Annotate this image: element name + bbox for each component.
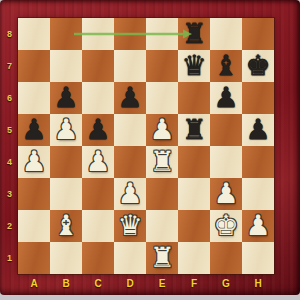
white-rook[interactable]: ♜ xyxy=(149,242,174,274)
square-a3[interactable] xyxy=(18,178,50,210)
square-f6[interactable] xyxy=(178,82,210,114)
square-g7[interactable]: ♝ xyxy=(210,50,242,82)
square-f1[interactable] xyxy=(178,242,210,274)
rank-label-1: 1 xyxy=(3,242,16,274)
white-pawn[interactable]: ♟ xyxy=(21,146,46,178)
square-e7[interactable] xyxy=(146,50,178,82)
white-pawn[interactable]: ♟ xyxy=(149,114,174,146)
square-d5[interactable] xyxy=(114,114,146,146)
square-a2[interactable] xyxy=(18,210,50,242)
white-pawn[interactable]: ♟ xyxy=(53,114,78,146)
black-pawn[interactable]: ♟ xyxy=(117,82,142,114)
black-rook[interactable]: ♜ xyxy=(181,114,206,146)
square-c2[interactable] xyxy=(82,210,114,242)
square-e3[interactable] xyxy=(146,178,178,210)
square-c5[interactable]: ♟ xyxy=(82,114,114,146)
square-b1[interactable] xyxy=(50,242,82,274)
white-pawn[interactable]: ♟ xyxy=(245,210,270,242)
square-a7[interactable] xyxy=(18,50,50,82)
rank-label-2: 2 xyxy=(3,210,16,242)
square-g8[interactable] xyxy=(210,18,242,50)
file-label-e: E xyxy=(146,275,178,292)
square-c4[interactable]: ♟ xyxy=(82,146,114,178)
square-c7[interactable] xyxy=(82,50,114,82)
chess-board-widget: ♜♛♝♚♟♟♟♟♟♟♟♜♟♟♟♜♟♟♝♛♚♟♜ 87654321 ABCDEFG… xyxy=(0,0,300,295)
square-c6[interactable] xyxy=(82,82,114,114)
square-f8[interactable]: ♜ xyxy=(178,18,210,50)
square-b6[interactable]: ♟ xyxy=(50,82,82,114)
square-b5[interactable]: ♟ xyxy=(50,114,82,146)
black-pawn[interactable]: ♟ xyxy=(53,82,78,114)
square-c1[interactable] xyxy=(82,242,114,274)
square-d8[interactable] xyxy=(114,18,146,50)
square-h2[interactable]: ♟ xyxy=(242,210,274,242)
file-label-d: D xyxy=(114,275,146,292)
square-d2[interactable]: ♛ xyxy=(114,210,146,242)
square-b4[interactable] xyxy=(50,146,82,178)
black-pawn[interactable]: ♟ xyxy=(245,114,270,146)
rank-label-3: 3 xyxy=(3,178,16,210)
square-d4[interactable] xyxy=(114,146,146,178)
square-c8[interactable] xyxy=(82,18,114,50)
white-king[interactable]: ♚ xyxy=(213,210,238,242)
rank-label-6: 6 xyxy=(3,82,16,114)
square-b8[interactable] xyxy=(50,18,82,50)
square-d1[interactable] xyxy=(114,242,146,274)
square-e8[interactable] xyxy=(146,18,178,50)
square-a6[interactable] xyxy=(18,82,50,114)
square-a1[interactable] xyxy=(18,242,50,274)
black-pawn[interactable]: ♟ xyxy=(21,114,46,146)
file-label-h: H xyxy=(242,275,274,292)
square-h7[interactable]: ♚ xyxy=(242,50,274,82)
square-e1[interactable]: ♜ xyxy=(146,242,178,274)
square-e4[interactable]: ♜ xyxy=(146,146,178,178)
black-king[interactable]: ♚ xyxy=(245,50,270,82)
square-c3[interactable] xyxy=(82,178,114,210)
file-label-c: C xyxy=(82,275,114,292)
rank-label-5: 5 xyxy=(3,114,16,146)
square-a4[interactable]: ♟ xyxy=(18,146,50,178)
rank-label-7: 7 xyxy=(3,50,16,82)
white-pawn[interactable]: ♟ xyxy=(85,146,110,178)
white-pawn[interactable]: ♟ xyxy=(213,178,238,210)
square-f2[interactable] xyxy=(178,210,210,242)
square-h3[interactable] xyxy=(242,178,274,210)
square-h1[interactable] xyxy=(242,242,274,274)
black-pawn[interactable]: ♟ xyxy=(85,114,110,146)
square-b7[interactable] xyxy=(50,50,82,82)
board-squares: ♜♛♝♚♟♟♟♟♟♟♟♜♟♟♟♜♟♟♝♛♚♟♜ xyxy=(18,18,274,274)
square-f3[interactable] xyxy=(178,178,210,210)
square-e6[interactable] xyxy=(146,82,178,114)
square-f4[interactable] xyxy=(178,146,210,178)
file-label-a: A xyxy=(18,275,50,292)
rank-label-4: 4 xyxy=(3,146,16,178)
square-g3[interactable]: ♟ xyxy=(210,178,242,210)
square-e2[interactable] xyxy=(146,210,178,242)
square-g5[interactable] xyxy=(210,114,242,146)
square-h4[interactable] xyxy=(242,146,274,178)
file-label-f: F xyxy=(178,275,210,292)
square-b2[interactable]: ♝ xyxy=(50,210,82,242)
square-b3[interactable] xyxy=(50,178,82,210)
white-bishop[interactable]: ♝ xyxy=(53,210,78,242)
square-h8[interactable] xyxy=(242,18,274,50)
square-d6[interactable]: ♟ xyxy=(114,82,146,114)
square-e5[interactable]: ♟ xyxy=(146,114,178,146)
file-label-b: B xyxy=(50,275,82,292)
black-queen[interactable]: ♛ xyxy=(181,50,206,82)
square-a5[interactable]: ♟ xyxy=(18,114,50,146)
white-rook[interactable]: ♜ xyxy=(149,146,174,178)
square-g2[interactable]: ♚ xyxy=(210,210,242,242)
rank-label-8: 8 xyxy=(3,18,16,50)
square-d7[interactable] xyxy=(114,50,146,82)
black-pawn[interactable]: ♟ xyxy=(213,82,238,114)
white-queen[interactable]: ♛ xyxy=(117,210,142,242)
file-label-g: G xyxy=(210,275,242,292)
square-g4[interactable] xyxy=(210,146,242,178)
black-rook[interactable]: ♜ xyxy=(181,18,206,50)
square-a8[interactable] xyxy=(18,18,50,50)
square-g1[interactable] xyxy=(210,242,242,274)
square-f7[interactable]: ♛ xyxy=(178,50,210,82)
black-bishop[interactable]: ♝ xyxy=(213,50,238,82)
square-h5[interactable]: ♟ xyxy=(242,114,274,146)
square-g6[interactable]: ♟ xyxy=(210,82,242,114)
square-h6[interactable] xyxy=(242,82,274,114)
square-d3[interactable]: ♟ xyxy=(114,178,146,210)
white-pawn[interactable]: ♟ xyxy=(117,178,142,210)
square-f5[interactable]: ♜ xyxy=(178,114,210,146)
